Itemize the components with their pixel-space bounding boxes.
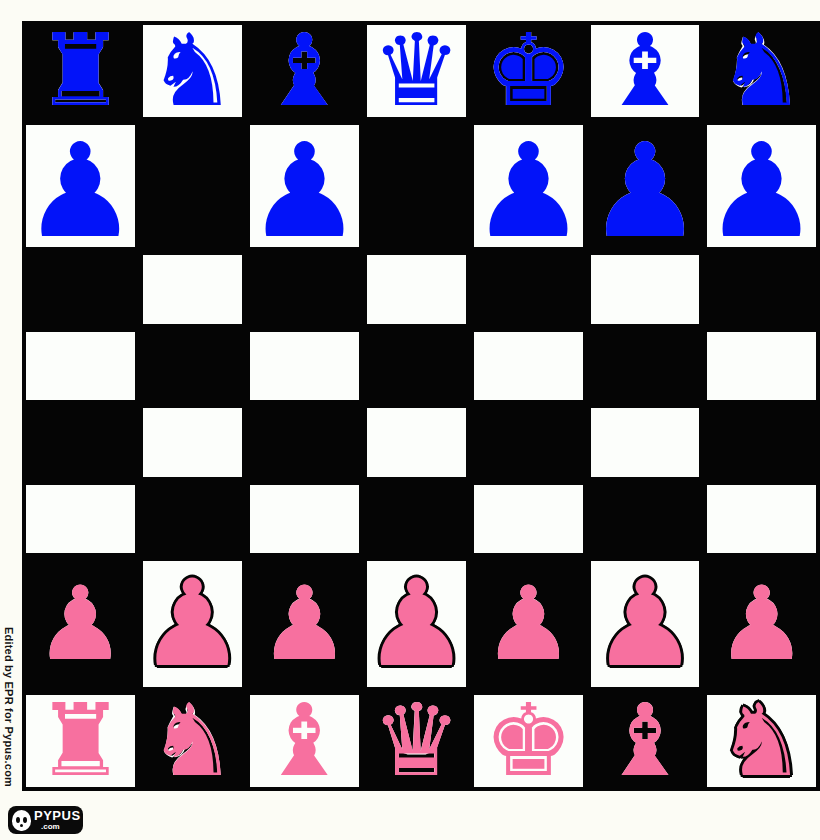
square-d5[interactable] xyxy=(363,328,471,405)
square-e5[interactable] xyxy=(470,328,587,405)
square-f3[interactable] xyxy=(587,481,704,558)
piece-g7-blue-pawn: ♙♟ xyxy=(703,126,820,256)
piece-e7-blue-pawn: ♙♟ xyxy=(470,126,587,256)
piece-c2-pink-pawn: ♙♟ xyxy=(259,573,350,675)
square-c5[interactable] xyxy=(246,328,363,405)
square-b1[interactable]: ♘♞ xyxy=(139,691,247,791)
pypus-logo[interactable]: PYPUS .com xyxy=(8,806,83,834)
square-d8[interactable]: ♕♛ xyxy=(363,21,471,121)
square-f8[interactable]: ♗♝ xyxy=(587,21,704,121)
square-a6[interactable] xyxy=(22,251,139,328)
square-c4[interactable] xyxy=(246,404,363,481)
square-c6[interactable] xyxy=(246,251,363,328)
square-f5[interactable] xyxy=(587,328,704,405)
piece-g1-pink-knight: ♞ xyxy=(717,691,807,791)
square-b6[interactable] xyxy=(139,251,247,328)
square-g4[interactable] xyxy=(703,404,820,481)
square-g5[interactable] xyxy=(703,328,820,405)
square-b8[interactable]: ♘♞ xyxy=(139,21,247,121)
square-e1[interactable]: ♔♚ xyxy=(470,691,587,791)
square-d1[interactable]: ♕♛ xyxy=(363,691,471,791)
piece-b1-pink-knight: ♘♞ xyxy=(148,691,238,791)
square-g2[interactable]: ♙♟ xyxy=(703,557,820,691)
mascot-beak xyxy=(20,824,23,827)
square-a2[interactable]: ♙♟ xyxy=(22,557,139,691)
piece-e1-pink-king: ♔♚ xyxy=(484,691,574,791)
logo-domain: .com xyxy=(41,823,81,831)
square-g1[interactable]: ♞ xyxy=(703,691,820,791)
chess-board: ♖♜♘♞♗♝♕♛♔♚♗♝♘♞♖♜♙♟♙♟♙♟♙♟♙♟♙♟♙♟♟♙♟♟♙♟♟♙♟♙… xyxy=(22,21,798,791)
square-b5[interactable] xyxy=(139,328,247,405)
square-b7[interactable] xyxy=(139,121,247,251)
square-e6[interactable] xyxy=(470,251,587,328)
piece-g8-blue-knight: ♘♞ xyxy=(717,21,807,121)
square-c3[interactable] xyxy=(246,481,363,558)
square-a3[interactable] xyxy=(22,481,139,558)
square-e7[interactable]: ♙♟ xyxy=(470,121,587,251)
square-e8[interactable]: ♔♚ xyxy=(470,21,587,121)
square-c7[interactable]: ♙♟ xyxy=(246,121,363,251)
piece-g2-pink-pawn: ♙♟ xyxy=(716,573,807,675)
piece-a2-pink-pawn: ♙♟ xyxy=(35,573,126,675)
piece-f7-blue-pawn: ♙♟ xyxy=(587,126,704,256)
square-e2[interactable]: ♙♟ xyxy=(470,557,587,691)
piece-a1-pink-rook: ♖♜ xyxy=(35,691,125,791)
square-a1[interactable]: ♖♜ xyxy=(22,691,139,791)
square-e4[interactable] xyxy=(470,404,587,481)
square-g7[interactable]: ♙♟ xyxy=(703,121,820,251)
piece-e2-pink-pawn: ♙♟ xyxy=(483,573,574,675)
square-g3[interactable] xyxy=(703,481,820,558)
square-a4[interactable] xyxy=(22,404,139,481)
coloring-page: ♖♜♘♞♗♝♕♛♔♚♗♝♘♞♖♜♙♟♙♟♙♟♙♟♙♟♙♟♙♟♟♙♟♟♙♟♟♙♟♙… xyxy=(0,0,820,840)
square-b4[interactable] xyxy=(139,404,247,481)
piece-d8-blue-queen: ♕♛ xyxy=(372,21,462,121)
square-a7[interactable]: ♙♟ xyxy=(22,121,139,251)
piece-f8-blue-bishop: ♗♝ xyxy=(600,21,690,121)
square-d4[interactable] xyxy=(363,404,471,481)
square-c1[interactable]: ♗♝ xyxy=(246,691,363,791)
pypus-mascot-icon xyxy=(12,810,31,831)
piece-c7-blue-pawn: ♙♟ xyxy=(246,126,363,256)
piece-b2-pink-pawn: ♟ xyxy=(139,564,247,684)
square-g8[interactable]: ♘♞ xyxy=(703,21,820,121)
piece-d2-pink-pawn: ♟ xyxy=(363,564,471,684)
square-d7[interactable] xyxy=(363,121,471,251)
piece-b8-blue-knight: ♘♞ xyxy=(148,21,238,121)
square-f4[interactable] xyxy=(587,404,704,481)
piece-f2-pink-pawn: ♟ xyxy=(591,564,699,684)
square-d2[interactable]: ♟ xyxy=(363,557,471,691)
square-b3[interactable] xyxy=(139,481,247,558)
square-d3[interactable] xyxy=(363,481,471,558)
square-f2[interactable]: ♟ xyxy=(587,557,704,691)
logo-text: PYPUS .com xyxy=(34,809,81,831)
square-c8[interactable]: ♗♝ xyxy=(246,21,363,121)
piece-c1-pink-bishop: ♗♝ xyxy=(260,691,350,791)
piece-e8-blue-king: ♔♚ xyxy=(484,21,574,121)
logo-brand: PYPUS xyxy=(34,809,81,822)
piece-f1-pink-bishop: ♗♝ xyxy=(600,691,690,791)
square-c2[interactable]: ♙♟ xyxy=(246,557,363,691)
piece-c8-blue-bishop: ♗♝ xyxy=(260,21,350,121)
piece-a7-blue-pawn: ♙♟ xyxy=(22,126,139,256)
square-a8[interactable]: ♖♜ xyxy=(22,21,139,121)
square-g6[interactable] xyxy=(703,251,820,328)
square-a5[interactable] xyxy=(22,328,139,405)
square-b2[interactable]: ♟ xyxy=(139,557,247,691)
square-f1[interactable]: ♗♝ xyxy=(587,691,704,791)
piece-d1-pink-queen: ♕♛ xyxy=(372,691,462,791)
square-d6[interactable] xyxy=(363,251,471,328)
square-f6[interactable] xyxy=(587,251,704,328)
piece-a8-blue-rook: ♖♜ xyxy=(35,21,125,121)
square-f7[interactable]: ♙♟ xyxy=(587,121,704,251)
credit-watermark: Edited by EPR for Pypus.com xyxy=(3,627,15,787)
square-e3[interactable] xyxy=(470,481,587,558)
